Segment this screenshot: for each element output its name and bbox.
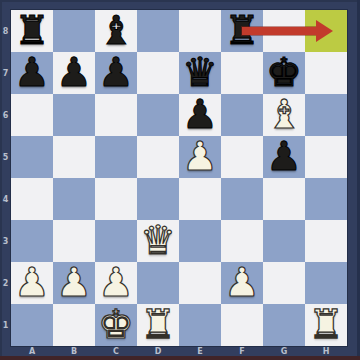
- white-bishop-g6[interactable]: ♝: [266, 94, 302, 134]
- white-rook-h1[interactable]: ♜: [308, 304, 344, 344]
- square-g6[interactable]: ♝: [263, 94, 305, 136]
- square-h4[interactable]: [305, 178, 347, 220]
- square-f2[interactable]: ♟: [221, 262, 263, 304]
- square-e8[interactable]: [179, 10, 221, 52]
- square-d4[interactable]: [137, 178, 179, 220]
- square-c4[interactable]: [95, 178, 137, 220]
- chess-board: ♜♝♜♟♟♟♛♚♟♝♟♟♛♟♟♟♟♚♜♜: [11, 10, 347, 346]
- square-f6[interactable]: [221, 94, 263, 136]
- white-pawn-c2[interactable]: ♟: [98, 262, 134, 302]
- square-b4[interactable]: [53, 178, 95, 220]
- white-pawn-f2[interactable]: ♟: [224, 262, 260, 302]
- rank-label-7: 7: [0, 52, 11, 94]
- square-e6[interactable]: ♟: [179, 94, 221, 136]
- file-label-b: B: [53, 346, 95, 356]
- square-g3[interactable]: [263, 220, 305, 262]
- square-c6[interactable]: [95, 94, 137, 136]
- square-d2[interactable]: [137, 262, 179, 304]
- square-e7[interactable]: ♛: [179, 52, 221, 94]
- square-d3[interactable]: ♛: [137, 220, 179, 262]
- square-a2[interactable]: ♟: [11, 262, 53, 304]
- square-h3[interactable]: [305, 220, 347, 262]
- white-pawn-b2[interactable]: ♟: [56, 262, 92, 302]
- square-b1[interactable]: [53, 304, 95, 346]
- square-f3[interactable]: [221, 220, 263, 262]
- black-bishop-c8[interactable]: ♝: [98, 10, 134, 50]
- square-d7[interactable]: [137, 52, 179, 94]
- black-rook-a8[interactable]: ♜: [14, 10, 50, 50]
- square-f7[interactable]: [221, 52, 263, 94]
- black-pawn-c7[interactable]: ♟: [98, 52, 134, 92]
- square-b6[interactable]: [53, 94, 95, 136]
- square-c5[interactable]: [95, 136, 137, 178]
- square-c1[interactable]: ♚: [95, 304, 137, 346]
- rank-labels: 87654321: [0, 10, 11, 346]
- square-g1[interactable]: [263, 304, 305, 346]
- square-a6[interactable]: [11, 94, 53, 136]
- black-pawn-b7[interactable]: ♟: [56, 52, 92, 92]
- rank-label-8: 8: [0, 10, 11, 52]
- square-f4[interactable]: [221, 178, 263, 220]
- square-a5[interactable]: [11, 136, 53, 178]
- square-e1[interactable]: [179, 304, 221, 346]
- square-d5[interactable]: [137, 136, 179, 178]
- square-e4[interactable]: [179, 178, 221, 220]
- rank-label-5: 5: [0, 136, 11, 178]
- square-a3[interactable]: [11, 220, 53, 262]
- black-queen-e7[interactable]: ♛: [182, 52, 218, 92]
- rank-label-1: 1: [0, 304, 11, 346]
- file-label-e: E: [179, 346, 221, 356]
- square-c2[interactable]: ♟: [95, 262, 137, 304]
- white-rook-d1[interactable]: ♜: [140, 304, 176, 344]
- black-pawn-e6[interactable]: ♟: [182, 94, 218, 134]
- square-e3[interactable]: [179, 220, 221, 262]
- white-pawn-e5[interactable]: ♟: [182, 136, 218, 176]
- square-g4[interactable]: [263, 178, 305, 220]
- rank-label-3: 3: [0, 220, 11, 262]
- square-f8[interactable]: ♜: [221, 10, 263, 52]
- black-rook-f8[interactable]: ♜: [224, 10, 260, 50]
- window-bottom-edge: [0, 356, 360, 360]
- square-g8[interactable]: [263, 10, 305, 52]
- square-b8[interactable]: [53, 10, 95, 52]
- square-g2[interactable]: [263, 262, 305, 304]
- square-a4[interactable]: [11, 178, 53, 220]
- square-b5[interactable]: [53, 136, 95, 178]
- square-h8[interactable]: [305, 10, 347, 52]
- file-labels: ABCDEFGH: [11, 346, 347, 356]
- square-b3[interactable]: [53, 220, 95, 262]
- square-h7[interactable]: [305, 52, 347, 94]
- square-h2[interactable]: [305, 262, 347, 304]
- file-label-c: C: [95, 346, 137, 356]
- square-g5[interactable]: ♟: [263, 136, 305, 178]
- square-b7[interactable]: ♟: [53, 52, 95, 94]
- white-king-c1[interactable]: ♚: [98, 304, 134, 344]
- square-e2[interactable]: [179, 262, 221, 304]
- square-d6[interactable]: [137, 94, 179, 136]
- board-frame: 87654321 ♜♝♜♟♟♟♛♚♟♝♟♟♛♟♟♟♟♚♜♜ ABCDEFGH: [0, 0, 360, 360]
- square-g7[interactable]: ♚: [263, 52, 305, 94]
- square-c8[interactable]: ♝: [95, 10, 137, 52]
- black-pawn-g5[interactable]: ♟: [266, 136, 302, 176]
- square-h5[interactable]: [305, 136, 347, 178]
- square-e5[interactable]: ♟: [179, 136, 221, 178]
- rank-label-6: 6: [0, 94, 11, 136]
- black-king-g7[interactable]: ♚: [266, 52, 302, 92]
- square-d1[interactable]: ♜: [137, 304, 179, 346]
- square-b2[interactable]: ♟: [53, 262, 95, 304]
- square-f5[interactable]: [221, 136, 263, 178]
- square-a1[interactable]: [11, 304, 53, 346]
- square-c7[interactable]: ♟: [95, 52, 137, 94]
- rank-label-2: 2: [0, 262, 11, 304]
- square-a8[interactable]: ♜: [11, 10, 53, 52]
- white-queen-d3[interactable]: ♛: [140, 220, 176, 260]
- square-f1[interactable]: [221, 304, 263, 346]
- rank-label-4: 4: [0, 178, 11, 220]
- square-c3[interactable]: [95, 220, 137, 262]
- file-label-d: D: [137, 346, 179, 356]
- file-label-a: A: [11, 346, 53, 356]
- square-h6[interactable]: [305, 94, 347, 136]
- square-a7[interactable]: ♟: [11, 52, 53, 94]
- file-label-h: H: [305, 346, 347, 356]
- square-d8[interactable]: [137, 10, 179, 52]
- file-label-g: G: [263, 346, 305, 356]
- file-label-f: F: [221, 346, 263, 356]
- white-pawn-a2[interactable]: ♟: [14, 262, 50, 302]
- square-h1[interactable]: ♜: [305, 304, 347, 346]
- black-pawn-a7[interactable]: ♟: [14, 52, 50, 92]
